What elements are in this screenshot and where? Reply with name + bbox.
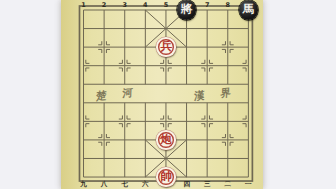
piece-black-horse[interactable]: 馬 [239, 0, 259, 20]
piece-black-general[interactable]: 將 [177, 0, 197, 20]
piece-red-soldier[interactable]: 兵 [156, 37, 176, 57]
piece-red-cannon[interactable]: 炮 [156, 130, 176, 150]
piece-layer: 將馬兵炮帥 [73, 1, 258, 186]
piece-red-general[interactable]: 帥 [156, 167, 176, 187]
video-frame: 1 2 3 4 5 6 7 8 9 九 八 七 六 五 四 三 二 一 楚河 漢… [0, 0, 336, 189]
